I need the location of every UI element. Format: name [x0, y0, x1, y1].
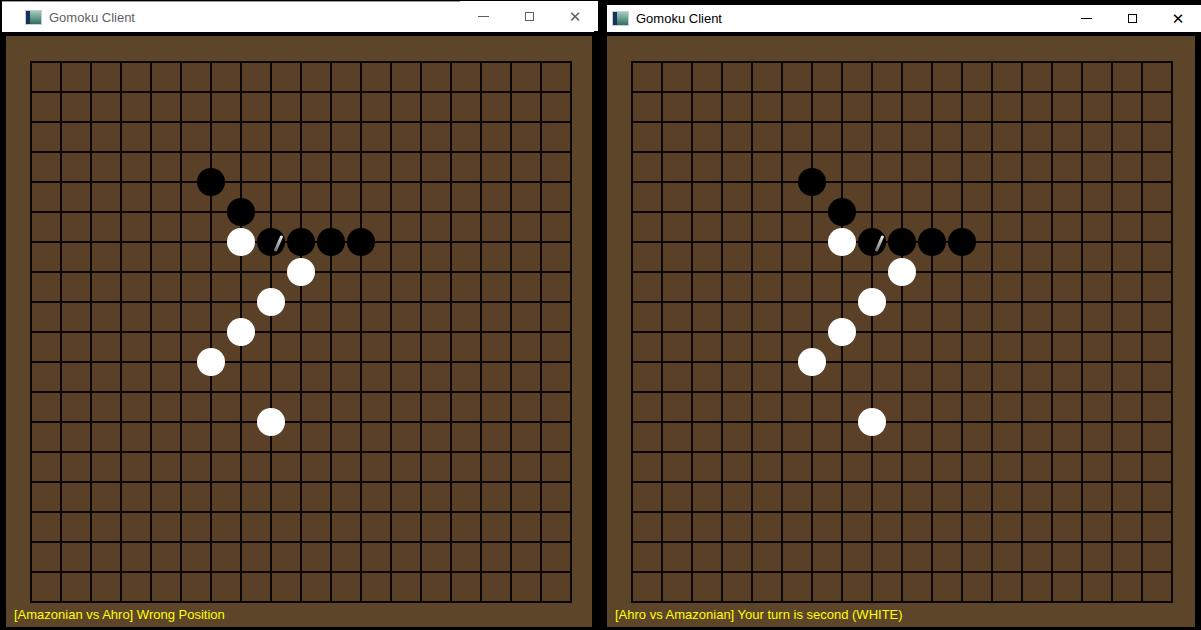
gomoku-board[interactable]: [30, 61, 572, 603]
board-cell[interactable]: [633, 303, 661, 331]
board-cell[interactable]: [693, 513, 721, 541]
board-cell[interactable]: [122, 393, 150, 421]
board-cell[interactable]: [452, 243, 480, 271]
board-cell[interactable]: [1143, 93, 1171, 121]
board-cell[interactable]: [993, 243, 1021, 271]
board-cell[interactable]: [663, 393, 691, 421]
board-cell[interactable]: [1113, 183, 1141, 211]
board-cell[interactable]: [392, 363, 420, 391]
board-cell[interactable]: [903, 573, 931, 601]
board-cell[interactable]: [663, 363, 691, 391]
board-cell[interactable]: [392, 243, 420, 271]
board-grid[interactable]: [631, 61, 1173, 603]
board-cell[interactable]: [452, 273, 480, 301]
board-cell[interactable]: [92, 183, 120, 211]
board-cell[interactable]: [723, 153, 751, 181]
board-cell[interactable]: [452, 63, 480, 91]
board-cell[interactable]: [122, 273, 150, 301]
board-cell[interactable]: [693, 393, 721, 421]
board-cell[interactable]: [783, 513, 811, 541]
board-cell[interactable]: [392, 273, 420, 301]
board-cell[interactable]: [542, 123, 570, 151]
board-cell[interactable]: [392, 453, 420, 481]
board-cell[interactable]: [272, 543, 300, 571]
board-cell[interactable]: [993, 453, 1021, 481]
board-cell[interactable]: [62, 543, 90, 571]
board-cell[interactable]: [783, 573, 811, 601]
board-cell[interactable]: [212, 123, 240, 151]
board-cell[interactable]: [663, 543, 691, 571]
board-cell[interactable]: [512, 573, 540, 601]
board-cell[interactable]: [963, 333, 991, 361]
board-cell[interactable]: [753, 63, 781, 91]
board-cell[interactable]: [422, 273, 450, 301]
board-cell[interactable]: [422, 573, 450, 601]
board-cell[interactable]: [1083, 93, 1111, 121]
board-cell[interactable]: [933, 63, 961, 91]
board-cell[interactable]: [1143, 363, 1171, 391]
board-cell[interactable]: [963, 63, 991, 91]
board-cell[interactable]: [512, 123, 540, 151]
board-cell[interactable]: [482, 63, 510, 91]
board-cell[interactable]: [542, 573, 570, 601]
board-cell[interactable]: [452, 123, 480, 151]
board-cell[interactable]: [452, 363, 480, 391]
board-cell[interactable]: [62, 513, 90, 541]
board-cell[interactable]: [392, 543, 420, 571]
board-cell[interactable]: [242, 93, 270, 121]
board-cell[interactable]: [1143, 123, 1171, 151]
board-cell[interactable]: [392, 483, 420, 511]
board-cell[interactable]: [993, 213, 1021, 241]
board-cell[interactable]: [272, 483, 300, 511]
board-cell[interactable]: [753, 333, 781, 361]
board-cell[interactable]: [92, 393, 120, 421]
board-cell[interactable]: [182, 123, 210, 151]
board-cell[interactable]: [242, 513, 270, 541]
board-cell[interactable]: [723, 333, 751, 361]
board-cell[interactable]: [1143, 183, 1171, 211]
board-cell[interactable]: [903, 513, 931, 541]
board-cell[interactable]: [783, 543, 811, 571]
board-cell[interactable]: [1053, 573, 1081, 601]
board-cell[interactable]: [963, 513, 991, 541]
board-cell[interactable]: [1083, 423, 1111, 451]
board-cell[interactable]: [512, 213, 540, 241]
board-cell[interactable]: [783, 243, 811, 271]
board-cell[interactable]: [693, 453, 721, 481]
board-cell[interactable]: [1113, 93, 1141, 121]
board-cell[interactable]: [1113, 363, 1141, 391]
board-cell[interactable]: [753, 303, 781, 331]
board-cell[interactable]: [422, 303, 450, 331]
board-cell[interactable]: [663, 123, 691, 151]
board-cell[interactable]: [62, 333, 90, 361]
board-cell[interactable]: [843, 453, 871, 481]
board-cell[interactable]: [963, 453, 991, 481]
board-cell[interactable]: [963, 483, 991, 511]
board-cell[interactable]: [512, 153, 540, 181]
board-cell[interactable]: [723, 93, 751, 121]
board-cell[interactable]: [212, 93, 240, 121]
board-cell[interactable]: [1023, 333, 1051, 361]
board-cell[interactable]: [873, 333, 901, 361]
board-cell[interactable]: [182, 303, 210, 331]
board-cell[interactable]: [663, 453, 691, 481]
board-cell[interactable]: [392, 93, 420, 121]
board-cell[interactable]: [32, 243, 60, 271]
board-cell[interactable]: [242, 363, 270, 391]
board-cell[interactable]: [422, 93, 450, 121]
board-cell[interactable]: [512, 483, 540, 511]
board-cell[interactable]: [813, 453, 841, 481]
board-cell[interactable]: [452, 153, 480, 181]
board-cell[interactable]: [482, 213, 510, 241]
board-cell[interactable]: [1023, 273, 1051, 301]
board-cell[interactable]: [362, 423, 390, 451]
board-cell[interactable]: [422, 153, 450, 181]
board-cell[interactable]: [422, 213, 450, 241]
board-cell[interactable]: [993, 123, 1021, 151]
board-cell[interactable]: [332, 333, 360, 361]
board-cell[interactable]: [1143, 393, 1171, 421]
board-cell[interactable]: [92, 243, 120, 271]
board-cell[interactable]: [62, 123, 90, 151]
board-cell[interactable]: [1053, 273, 1081, 301]
close-button[interactable]: ✕: [1155, 5, 1201, 32]
board-cell[interactable]: [302, 513, 330, 541]
board-cell[interactable]: [302, 93, 330, 121]
board-cell[interactable]: [963, 423, 991, 451]
board-cell[interactable]: [843, 93, 871, 121]
board-cell[interactable]: [783, 453, 811, 481]
board-cell[interactable]: [182, 543, 210, 571]
board-cell[interactable]: [482, 543, 510, 571]
board-cell[interactable]: [542, 423, 570, 451]
board-cell[interactable]: [663, 573, 691, 601]
board-cell[interactable]: [873, 93, 901, 121]
board-cell[interactable]: [1143, 423, 1171, 451]
board-cell[interactable]: [1143, 153, 1171, 181]
board-cell[interactable]: [783, 93, 811, 121]
board-cell[interactable]: [993, 423, 1021, 451]
board-cell[interactable]: [152, 273, 180, 301]
board-cell[interactable]: [903, 153, 931, 181]
board-cell[interactable]: [663, 63, 691, 91]
board-cell[interactable]: [272, 333, 300, 361]
board-cell[interactable]: [542, 483, 570, 511]
board-cell[interactable]: [152, 453, 180, 481]
board-cell[interactable]: [1083, 393, 1111, 421]
board-cell[interactable]: [963, 273, 991, 301]
board-cell[interactable]: [542, 153, 570, 181]
board-cell[interactable]: [482, 573, 510, 601]
board-cell[interactable]: [392, 183, 420, 211]
board-cell[interactable]: [542, 183, 570, 211]
board-cell[interactable]: [693, 213, 721, 241]
board-cell[interactable]: [1113, 303, 1141, 331]
board-cell[interactable]: [843, 363, 871, 391]
board-cell[interactable]: [1083, 543, 1111, 571]
board-cell[interactable]: [92, 93, 120, 121]
board-cell[interactable]: [482, 243, 510, 271]
board-cell[interactable]: [1143, 483, 1171, 511]
board-cell[interactable]: [693, 423, 721, 451]
board-cell[interactable]: [693, 183, 721, 211]
board-cell[interactable]: [362, 573, 390, 601]
board-cell[interactable]: [512, 363, 540, 391]
board-grid[interactable]: [30, 61, 572, 603]
board-cell[interactable]: [873, 543, 901, 571]
board-cell[interactable]: [332, 483, 360, 511]
board-cell[interactable]: [92, 543, 120, 571]
board-cell[interactable]: [813, 423, 841, 451]
board-cell[interactable]: [873, 573, 901, 601]
board-cell[interactable]: [1053, 483, 1081, 511]
board-cell[interactable]: [92, 273, 120, 301]
board-cell[interactable]: [122, 543, 150, 571]
board-cell[interactable]: [32, 393, 60, 421]
board-cell[interactable]: [242, 123, 270, 151]
board-cell[interactable]: [452, 93, 480, 121]
board-cell[interactable]: [1083, 213, 1111, 241]
board-cell[interactable]: [512, 93, 540, 121]
board-cell[interactable]: [1053, 363, 1081, 391]
board-cell[interactable]: [542, 393, 570, 421]
board-cell[interactable]: [1083, 183, 1111, 211]
board-cell[interactable]: [633, 243, 661, 271]
board-cell[interactable]: [62, 273, 90, 301]
board-cell[interactable]: [302, 453, 330, 481]
board-cell[interactable]: [1143, 273, 1171, 301]
board-cell[interactable]: [843, 483, 871, 511]
board-cell[interactable]: [92, 153, 120, 181]
board-cell[interactable]: [1023, 363, 1051, 391]
board-cell[interactable]: [1023, 213, 1051, 241]
board-cell[interactable]: [753, 243, 781, 271]
board-cell[interactable]: [92, 453, 120, 481]
board-cell[interactable]: [933, 513, 961, 541]
board-cell[interactable]: [122, 153, 150, 181]
board-cell[interactable]: [392, 153, 420, 181]
board-cell[interactable]: [152, 93, 180, 121]
board-cell[interactable]: [1113, 453, 1141, 481]
board-cell[interactable]: [332, 93, 360, 121]
board-cell[interactable]: [32, 513, 60, 541]
board-cell[interactable]: [813, 63, 841, 91]
board-cell[interactable]: [993, 393, 1021, 421]
board-cell[interactable]: [723, 453, 751, 481]
board-cell[interactable]: [663, 213, 691, 241]
board-cell[interactable]: [963, 573, 991, 601]
board-cell[interactable]: [302, 183, 330, 211]
board-cell[interactable]: [62, 483, 90, 511]
board-cell[interactable]: [32, 273, 60, 301]
board-cell[interactable]: [903, 303, 931, 331]
board-cell[interactable]: [272, 153, 300, 181]
board-cell[interactable]: [933, 303, 961, 331]
board-cell[interactable]: [783, 123, 811, 151]
board-cell[interactable]: [452, 543, 480, 571]
board-cell[interactable]: [843, 153, 871, 181]
board-cell[interactable]: [1023, 483, 1051, 511]
board-cell[interactable]: [332, 543, 360, 571]
board-cell[interactable]: [693, 483, 721, 511]
board-cell[interactable]: [783, 483, 811, 511]
board-cell[interactable]: [482, 423, 510, 451]
board-cell[interactable]: [482, 453, 510, 481]
board-cell[interactable]: [933, 453, 961, 481]
board-cell[interactable]: [62, 393, 90, 421]
board-cell[interactable]: [182, 453, 210, 481]
board-cell[interactable]: [873, 63, 901, 91]
board-cell[interactable]: [1083, 363, 1111, 391]
board-cell[interactable]: [62, 213, 90, 241]
board-cell[interactable]: [633, 213, 661, 241]
board-cell[interactable]: [903, 393, 931, 421]
board-cell[interactable]: [1143, 453, 1171, 481]
board-cell[interactable]: [482, 153, 510, 181]
board-cell[interactable]: [1113, 513, 1141, 541]
board-cell[interactable]: [212, 483, 240, 511]
board-cell[interactable]: [993, 573, 1021, 601]
board-cell[interactable]: [32, 483, 60, 511]
board-cell[interactable]: [633, 423, 661, 451]
board-cell[interactable]: [512, 303, 540, 331]
board-cell[interactable]: [362, 273, 390, 301]
board-cell[interactable]: [512, 183, 540, 211]
board-cell[interactable]: [212, 423, 240, 451]
board-cell[interactable]: [212, 453, 240, 481]
board-cell[interactable]: [783, 213, 811, 241]
board-cell[interactable]: [32, 153, 60, 181]
board-cell[interactable]: [693, 93, 721, 121]
board-cell[interactable]: [1083, 63, 1111, 91]
board-cell[interactable]: [1113, 63, 1141, 91]
board-cell[interactable]: [1023, 63, 1051, 91]
board-cell[interactable]: [723, 273, 751, 301]
board-cell[interactable]: [182, 483, 210, 511]
board-cell[interactable]: [1083, 483, 1111, 511]
board-cell[interactable]: [242, 153, 270, 181]
board-cell[interactable]: [542, 63, 570, 91]
board-cell[interactable]: [482, 273, 510, 301]
board-cell[interactable]: [1113, 213, 1141, 241]
board-cell[interactable]: [1023, 573, 1051, 601]
board-cell[interactable]: [903, 183, 931, 211]
board-cell[interactable]: [1113, 123, 1141, 151]
board-cell[interactable]: [272, 63, 300, 91]
board-cell[interactable]: [62, 153, 90, 181]
board-cell[interactable]: [843, 123, 871, 151]
board-cell[interactable]: [272, 93, 300, 121]
board-cell[interactable]: [512, 393, 540, 421]
board-cell[interactable]: [993, 513, 1021, 541]
board-cell[interactable]: [963, 543, 991, 571]
board-cell[interactable]: [753, 453, 781, 481]
board-cell[interactable]: [182, 423, 210, 451]
board-cell[interactable]: [693, 153, 721, 181]
board-cell[interactable]: [723, 123, 751, 151]
board-cell[interactable]: [663, 483, 691, 511]
board-cell[interactable]: [482, 123, 510, 151]
board-cell[interactable]: [362, 183, 390, 211]
board-cell[interactable]: [272, 183, 300, 211]
board-cell[interactable]: [422, 183, 450, 211]
board-cell[interactable]: [332, 153, 360, 181]
board-cell[interactable]: [843, 63, 871, 91]
board-cell[interactable]: [663, 513, 691, 541]
board-cell[interactable]: [32, 423, 60, 451]
board-cell[interactable]: [512, 273, 540, 301]
board-cell[interactable]: [1113, 573, 1141, 601]
board-cell[interactable]: [933, 273, 961, 301]
board-cell[interactable]: [813, 483, 841, 511]
board-cell[interactable]: [753, 393, 781, 421]
board-cell[interactable]: [993, 363, 1021, 391]
board-cell[interactable]: [422, 243, 450, 271]
board-cell[interactable]: [1113, 423, 1141, 451]
board-cell[interactable]: [182, 243, 210, 271]
board-cell[interactable]: [1113, 483, 1141, 511]
board-cell[interactable]: [933, 573, 961, 601]
board-cell[interactable]: [1053, 423, 1081, 451]
board-cell[interactable]: [152, 393, 180, 421]
board-cell[interactable]: [302, 363, 330, 391]
board-cell[interactable]: [92, 213, 120, 241]
board-cell[interactable]: [242, 483, 270, 511]
board-cell[interactable]: [903, 93, 931, 121]
board-cell[interactable]: [92, 483, 120, 511]
board-cell[interactable]: [1053, 543, 1081, 571]
board-cell[interactable]: [843, 543, 871, 571]
board-cell[interactable]: [452, 393, 480, 421]
board-cell[interactable]: [723, 213, 751, 241]
board-cell[interactable]: [633, 93, 661, 121]
board-cell[interactable]: [633, 273, 661, 301]
board-cell[interactable]: [963, 183, 991, 211]
board-cell[interactable]: [813, 513, 841, 541]
board-cell[interactable]: [933, 153, 961, 181]
board-cell[interactable]: [663, 183, 691, 211]
board-cell[interactable]: [1023, 303, 1051, 331]
board-cell[interactable]: [753, 273, 781, 301]
board-cell[interactable]: [482, 333, 510, 361]
board-cell[interactable]: [32, 573, 60, 601]
board-cell[interactable]: [302, 483, 330, 511]
board-cell[interactable]: [542, 243, 570, 271]
board-cell[interactable]: [663, 303, 691, 331]
board-cell[interactable]: [362, 63, 390, 91]
board-cell[interactable]: [1083, 123, 1111, 151]
board-cell[interactable]: [1023, 183, 1051, 211]
board-cell[interactable]: [152, 573, 180, 601]
board-cell[interactable]: [693, 63, 721, 91]
board-cell[interactable]: [723, 573, 751, 601]
gomoku-board[interactable]: [631, 61, 1173, 603]
board-cell[interactable]: [1143, 543, 1171, 571]
board-cell[interactable]: [783, 393, 811, 421]
board-cell[interactable]: [332, 63, 360, 91]
board-cell[interactable]: [813, 273, 841, 301]
board-cell[interactable]: [753, 423, 781, 451]
board-cell[interactable]: [62, 63, 90, 91]
board-cell[interactable]: [1053, 123, 1081, 151]
board-cell[interactable]: [1083, 273, 1111, 301]
board-cell[interactable]: [512, 333, 540, 361]
board-cell[interactable]: [152, 513, 180, 541]
board-cell[interactable]: [392, 63, 420, 91]
